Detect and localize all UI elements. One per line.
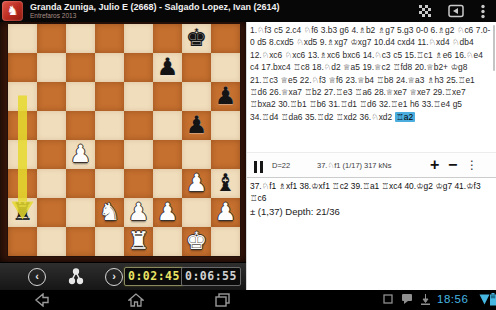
square-b2[interactable] [37, 198, 66, 227]
square-f8[interactable] [153, 24, 182, 53]
download-icon[interactable] [420, 293, 431, 305]
square-h4[interactable] [211, 140, 240, 169]
square-d5[interactable] [95, 111, 124, 140]
white-king[interactable]: ♚ [182, 226, 211, 255]
board-frame: ♚♟♟♟♟♟♝♜♞♟♟♟♜♚ [0, 22, 246, 262]
square-g3[interactable]: ♟ [182, 169, 211, 198]
square-d1[interactable] [95, 227, 124, 256]
square-c2[interactable] [66, 198, 95, 227]
square-e3[interactable] [124, 169, 153, 198]
white-clock: 0:02:45 [124, 267, 184, 286]
move-list-scrollbar[interactable] [493, 25, 495, 71]
square-d8[interactable] [95, 24, 124, 53]
square-g1[interactable]: ♚ [182, 227, 211, 256]
white-knight[interactable]: ♞ [95, 197, 124, 226]
square-f2[interactable]: ♟ [153, 198, 182, 227]
engine-depth-label: D=22 [272, 161, 290, 170]
square-d3[interactable] [95, 169, 124, 198]
black-clock: 0:06:55 [181, 267, 241, 286]
current-move[interactable]: ♖a2 [395, 112, 415, 122]
engine-speed: 317 kNs [364, 161, 392, 170]
chess-board[interactable]: ♚♟♟♟♟♟♝♜♞♟♟♟♜♚ [8, 24, 240, 256]
white-pawn[interactable]: ♟ [124, 197, 153, 226]
square-c3[interactable] [66, 169, 95, 198]
square-e4[interactable] [124, 140, 153, 169]
square-f6[interactable] [153, 82, 182, 111]
variation-tree-icon[interactable] [68, 268, 84, 285]
overflow-menu-icon[interactable] [480, 4, 486, 19]
square-d4[interactable] [95, 140, 124, 169]
engine-principal-variation[interactable]: 37.♘f1 ♗xf1 38.♔xf1 ♖c2 39.♖a1 ♖xc4 40.♔… [250, 181, 492, 204]
engine-menu-icon[interactable]: ⋮ [466, 156, 478, 174]
square-f5[interactable] [153, 111, 182, 140]
square-b6[interactable] [37, 82, 66, 111]
home-icon[interactable] [128, 293, 144, 307]
square-g2[interactable] [182, 198, 211, 227]
white-pawn[interactable]: ♟ [66, 139, 95, 168]
recents-icon[interactable] [215, 293, 230, 307]
board-grid-icon[interactable] [418, 4, 432, 18]
square-f4[interactable] [153, 140, 182, 169]
square-a2[interactable]: ♜ [8, 198, 37, 227]
square-g8[interactable]: ♚ [182, 24, 211, 53]
square-e1[interactable]: ♜ [124, 227, 153, 256]
flip-board-icon[interactable] [448, 4, 464, 18]
previous-move-chevron: ‹ [35, 270, 39, 282]
square-d7[interactable] [95, 53, 124, 82]
white-rook[interactable]: ♜ [124, 226, 153, 255]
square-a4[interactable] [8, 140, 37, 169]
square-h8[interactable] [211, 24, 240, 53]
square-f3[interactable] [153, 169, 182, 198]
notation-panel: 1.♘f3 c5 2.c4 ♘f6 3.b3 g6 4.♗b2 ♗g7 5.g3… [246, 22, 496, 290]
square-e5[interactable] [124, 111, 153, 140]
pause-engine-button[interactable] [254, 159, 266, 171]
square-c1[interactable] [66, 227, 95, 256]
move-list-text[interactable]: 1.♘f3 c5 2.c4 ♘f6 3.b3 g6 4.♗b2 ♗g7 5.g3… [250, 25, 490, 122]
square-b5[interactable] [37, 111, 66, 140]
engine-toolbar: D=22 37.♘f1 (1/17) 317 kNs + − ⋮ [247, 152, 496, 178]
square-h2[interactable]: ♟ [211, 198, 240, 227]
square-a6[interactable] [8, 82, 37, 111]
move-list[interactable]: 1.♘f3 c5 2.c4 ♘f6 3.b3 g6 4.♗b2 ♗g7 5.g3… [250, 24, 492, 123]
game-navigation-bar: ‹ › 0:02:45 0:06:55 [0, 262, 246, 290]
square-a8[interactable] [8, 24, 37, 53]
back-icon[interactable] [34, 293, 50, 307]
square-c7[interactable] [66, 53, 95, 82]
square-h1[interactable] [211, 227, 240, 256]
next-move-button[interactable]: › [105, 268, 123, 286]
square-a3[interactable] [8, 169, 37, 198]
square-a7[interactable] [8, 53, 37, 82]
app-icon-knight-glyph: ♞ [7, 3, 19, 18]
next-move-chevron: › [112, 270, 116, 282]
game-title: Granda Zuniga, Julio E (2668) - Salgado … [30, 2, 280, 12]
square-d6[interactable] [95, 82, 124, 111]
square-c5[interactable] [66, 111, 95, 140]
square-e6[interactable] [124, 82, 153, 111]
square-b1[interactable] [37, 227, 66, 256]
add-engine-line-button[interactable]: + [430, 153, 439, 177]
square-h7[interactable] [211, 53, 240, 82]
message-icon[interactable] [401, 293, 413, 305]
black-king[interactable]: ♚ [182, 23, 211, 52]
engine-current-move-progress: 37.♘f1 (1/17) [317, 161, 362, 170]
app-icon[interactable]: ♞ [2, 1, 23, 21]
square-d2[interactable]: ♞ [95, 198, 124, 227]
square-e7[interactable] [124, 53, 153, 82]
square-b4[interactable] [37, 140, 66, 169]
android-system-bar: 18:56 [0, 290, 496, 310]
system-clock: 18:56 [437, 293, 468, 305]
black-bishop[interactable]: ♝ [211, 168, 240, 197]
square-g7[interactable] [182, 53, 211, 82]
square-a1[interactable] [8, 227, 37, 256]
black-pawn[interactable]: ♟ [211, 81, 240, 110]
square-b7[interactable] [37, 53, 66, 82]
square-a5[interactable] [8, 111, 37, 140]
battery-icon [490, 293, 496, 306]
engine-evaluation: ± (1,37) Depth: 21/36 [250, 206, 340, 217]
remove-engine-line-button[interactable]: − [448, 153, 457, 177]
black-pawn[interactable]: ♟ [182, 110, 211, 139]
square-g4[interactable] [182, 140, 211, 169]
black-rook[interactable]: ♜ [8, 197, 37, 226]
white-pawn[interactable]: ♟ [182, 168, 211, 197]
previous-move-button[interactable]: ‹ [28, 268, 46, 286]
wifi-icon [479, 294, 490, 305]
square-e2[interactable]: ♟ [124, 198, 153, 227]
square-b3[interactable] [37, 169, 66, 198]
square-h5[interactable] [211, 111, 240, 140]
square-h6[interactable]: ♟ [211, 82, 240, 111]
square-b8[interactable] [37, 24, 66, 53]
square-g5[interactable]: ♟ [182, 111, 211, 140]
game-event: Entrefaros 2013 [30, 12, 76, 19]
black-pawn[interactable]: ♟ [153, 52, 182, 81]
square-g6[interactable] [182, 82, 211, 111]
square-c6[interactable] [66, 82, 95, 111]
square-h3[interactable]: ♝ [211, 169, 240, 198]
white-pawn[interactable]: ♟ [211, 197, 240, 226]
notification-icon[interactable] [383, 293, 393, 305]
app-title-bar: ♞ Granda Zuniga, Julio E (2668) - Salgad… [0, 0, 496, 22]
square-f1[interactable] [153, 227, 182, 256]
square-c4[interactable]: ♟ [66, 140, 95, 169]
square-c8[interactable] [66, 24, 95, 53]
white-pawn[interactable]: ♟ [153, 197, 182, 226]
square-e8[interactable] [124, 24, 153, 53]
square-f7[interactable]: ♟ [153, 53, 182, 82]
